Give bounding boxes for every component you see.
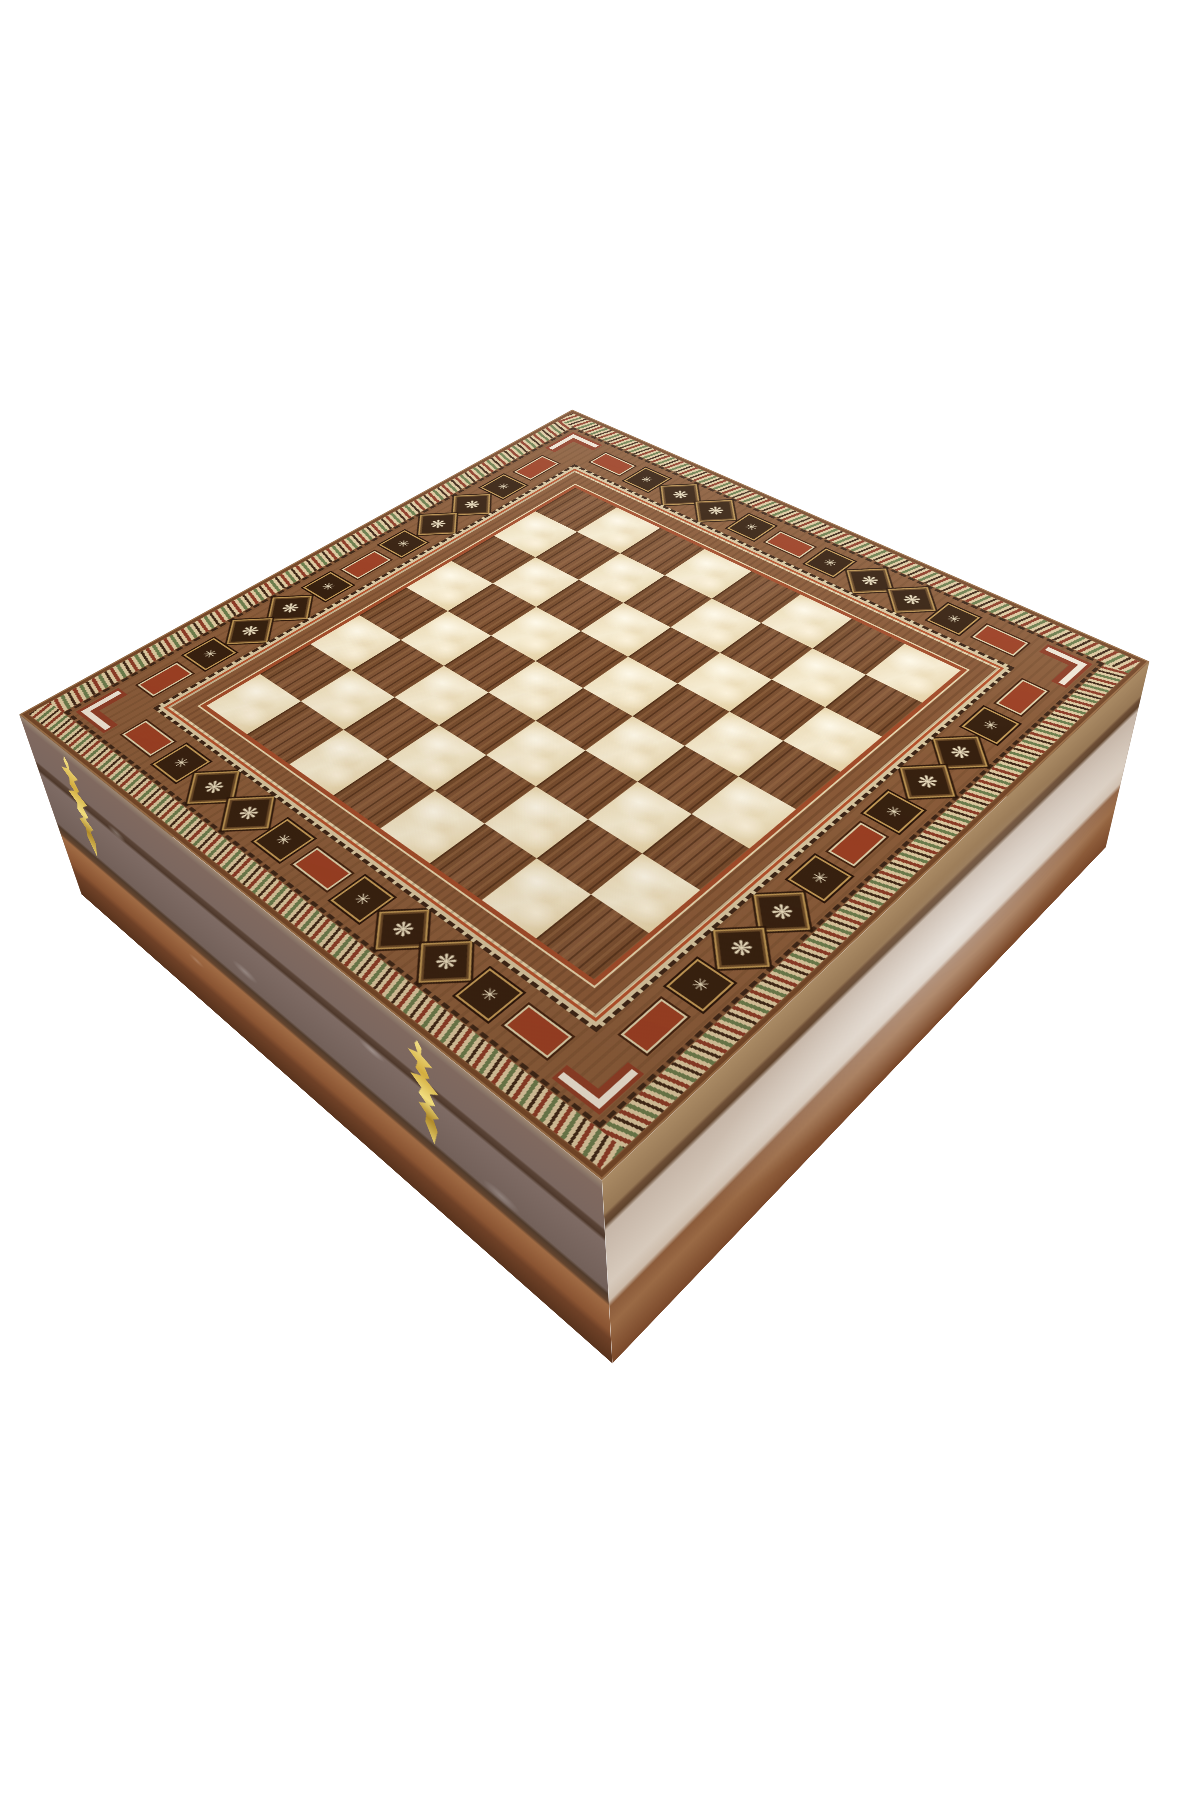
red-brick-motif — [621, 998, 688, 1053]
diamond-rosette-motif: ❋ — [222, 797, 275, 831]
diamond-rosette-motif: ❋ — [754, 892, 811, 932]
diamond-rosette-motif: ❋ — [375, 909, 429, 949]
red-brick-motif — [765, 532, 815, 558]
board-square[interactable] — [826, 675, 923, 737]
red-brick-motif — [828, 822, 886, 866]
board-top: ✳❋❋✳✳❋❋✳ ✳❋❋✳✳❋❋✳ ✳❋❋✳✳❋❋✳ ✳❋❋✳✳❋❋✳ — [19, 410, 1149, 1181]
diamond-rosette-motif: ❋ — [696, 500, 736, 522]
diamond-rosette-motif: ❋ — [187, 771, 239, 804]
scene: ✳❋❋✳✳❋❋✳ ✳❋❋✳✳❋❋✳ ✳❋❋✳✳❋❋✳ ✳❋❋✳✳❋❋✳ — [0, 0, 1200, 1800]
diamond-rosette-motif: ❋ — [418, 941, 472, 983]
board-square[interactable] — [591, 853, 701, 933]
board-square[interactable] — [536, 895, 649, 980]
board-square[interactable] — [643, 814, 750, 890]
board-square[interactable] — [536, 750, 637, 819]
board-square[interactable] — [536, 688, 632, 750]
flower-square-motif: ✳ — [253, 819, 314, 862]
board-square[interactable] — [482, 858, 591, 938]
board-square[interactable] — [783, 707, 882, 772]
diamond-rosette-motif: ❋ — [227, 618, 273, 644]
board-square[interactable] — [588, 781, 692, 853]
flower-square-motif: ✳ — [863, 791, 924, 833]
flower-square-motif: ✳ — [666, 959, 734, 1012]
board-square[interactable] — [247, 701, 343, 764]
red-brick-motif — [504, 1004, 572, 1058]
red-brick-motif — [293, 848, 352, 891]
flower-square-motif: ✳ — [152, 744, 209, 782]
diamond-rosette-motif: ❋ — [933, 736, 988, 768]
red-brick-motif — [122, 721, 174, 756]
board-square[interactable] — [684, 712, 783, 777]
board-square[interactable] — [430, 824, 537, 900]
red-brick-motif — [590, 453, 635, 476]
flower-square-motif: ✳ — [787, 855, 851, 901]
board-square[interactable] — [388, 725, 487, 791]
board-square[interactable] — [487, 721, 586, 786]
diamond-rosette-motif: ❋ — [268, 596, 312, 621]
diamond-rosette-motif: ❋ — [846, 568, 892, 593]
board-square[interactable] — [380, 791, 484, 863]
board-square[interactable] — [343, 697, 439, 760]
diamond-rosette-motif: ❋ — [888, 587, 936, 613]
board-square[interactable] — [435, 755, 536, 824]
flower-square-motif: ✳ — [455, 968, 523, 1021]
chevron-l-shape — [552, 1039, 644, 1115]
corner-chevron-icon — [543, 1032, 653, 1122]
board-square[interactable] — [536, 819, 643, 895]
diamond-rosette-motif: ❋ — [661, 484, 700, 505]
board-square[interactable] — [289, 730, 388, 796]
board-square[interactable] — [739, 741, 840, 809]
board-square[interactable] — [692, 777, 796, 849]
diamond-rosette-motif: ❋ — [453, 494, 491, 515]
flower-square-motif: ✳ — [331, 876, 395, 923]
board-square[interactable] — [637, 746, 738, 814]
board-square[interactable] — [440, 692, 536, 754]
flower-square-motif: ✳ — [962, 707, 1020, 744]
red-brick-motif — [996, 680, 1048, 716]
board-square[interactable] — [632, 684, 729, 746]
board-square[interactable] — [585, 716, 684, 781]
chess-box: ✳❋❋✳✳❋❋✳ ✳❋❋✳✳❋❋✳ ✳❋❋✳✳❋❋✳ ✳❋❋✳✳❋❋✳ — [19, 410, 1149, 1181]
diamond-rosette-motif: ❋ — [418, 513, 457, 535]
board-square[interactable] — [484, 786, 588, 858]
board-square[interactable] — [334, 759, 435, 828]
board-square[interactable] — [729, 679, 826, 741]
diamond-rosette-motif: ❋ — [900, 765, 956, 799]
diamond-rosette-motif: ❋ — [713, 928, 770, 970]
